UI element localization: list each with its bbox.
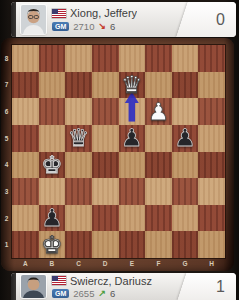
square-e4[interactable] xyxy=(119,152,146,179)
square-d8[interactable] xyxy=(92,45,119,72)
square-a2[interactable] xyxy=(12,205,39,232)
square-f4[interactable] xyxy=(145,152,172,179)
bottom-player-bar: Swiercz, Dariusz GM 2655 ↗ 6 1 xyxy=(11,273,236,300)
black-queen[interactable]: ♛ xyxy=(68,126,90,150)
white-pawn[interactable]: ♟ xyxy=(148,100,170,124)
square-b1[interactable]: ♚ xyxy=(39,231,66,258)
player-name: Swiercz, Dariusz xyxy=(70,275,152,287)
file-label-b: B xyxy=(39,258,66,271)
square-e1[interactable] xyxy=(119,231,146,258)
broadcast-app: Xiong, Jeffery GM 2710 ↘ 6 0 87654321 ♛♟… xyxy=(0,0,239,300)
square-g5[interactable]: ♟ xyxy=(172,125,199,152)
square-c6[interactable] xyxy=(65,98,92,125)
rating-change: 6 xyxy=(110,21,115,32)
rating-change: 6 xyxy=(110,288,115,299)
square-a7[interactable] xyxy=(12,72,39,99)
square-b3[interactable] xyxy=(39,178,66,205)
us-flag-icon xyxy=(52,276,66,285)
square-c1[interactable] xyxy=(65,231,92,258)
square-b6[interactable] xyxy=(39,98,66,125)
square-f3[interactable] xyxy=(145,178,172,205)
square-e6[interactable] xyxy=(119,98,146,125)
square-d7[interactable] xyxy=(92,72,119,99)
rank-label-7: 7 xyxy=(1,72,12,99)
square-h8[interactable] xyxy=(198,45,225,72)
square-d2[interactable] xyxy=(92,205,119,232)
square-g6[interactable] xyxy=(172,98,199,125)
rank-label-6: 6 xyxy=(1,98,12,125)
square-e5[interactable]: ♟ xyxy=(119,125,146,152)
file-label-a: A xyxy=(12,258,39,271)
square-g3[interactable] xyxy=(172,178,199,205)
square-e3[interactable] xyxy=(119,178,146,205)
rating-trend-down-icon: ↘ xyxy=(98,22,106,31)
square-h5[interactable] xyxy=(198,125,225,152)
file-label-g: G xyxy=(172,258,199,271)
square-c8[interactable] xyxy=(65,45,92,72)
player-avatar xyxy=(21,5,46,34)
square-h7[interactable] xyxy=(198,72,225,99)
square-a3[interactable] xyxy=(12,178,39,205)
rank-label-1: 1 xyxy=(1,231,12,258)
square-d1[interactable] xyxy=(92,231,119,258)
square-h6[interactable] xyxy=(198,98,225,125)
square-g7[interactable] xyxy=(172,72,199,99)
square-d5[interactable] xyxy=(92,125,119,152)
rank-label-2: 2 xyxy=(1,205,12,232)
square-f6[interactable]: ♟ xyxy=(145,98,172,125)
file-labels: ABCDEFGH xyxy=(12,258,225,271)
top-player-bar: Xiong, Jeffery GM 2710 ↘ 6 0 xyxy=(11,2,236,37)
square-f2[interactable] xyxy=(145,205,172,232)
turn-indicator-strip xyxy=(11,2,16,37)
us-flag-icon xyxy=(52,9,66,18)
player-avatar xyxy=(21,275,46,298)
black-pawn[interactable]: ♟ xyxy=(121,126,143,150)
square-b8[interactable] xyxy=(39,45,66,72)
rank-labels: 87654321 xyxy=(1,45,12,258)
rank-label-3: 3 xyxy=(1,178,12,205)
player-rating: 2710 xyxy=(73,21,94,32)
square-c7[interactable] xyxy=(65,72,92,99)
player-rating: 2655 xyxy=(73,288,94,299)
square-g4[interactable] xyxy=(172,152,199,179)
square-h4[interactable] xyxy=(198,152,225,179)
square-a6[interactable] xyxy=(12,98,39,125)
square-f5[interactable] xyxy=(145,125,172,152)
file-label-e: E xyxy=(119,258,146,271)
white-queen[interactable]: ♛ xyxy=(121,73,143,97)
black-pawn[interactable]: ♟ xyxy=(174,126,196,150)
square-b4[interactable]: ♚ xyxy=(39,152,66,179)
avatar-photo-placeholder xyxy=(21,275,46,298)
square-d3[interactable] xyxy=(92,178,119,205)
black-pawn[interactable]: ♟ xyxy=(41,206,63,230)
square-f7[interactable] xyxy=(145,72,172,99)
gm-title-badge: GM xyxy=(52,22,69,31)
square-c2[interactable] xyxy=(65,205,92,232)
file-label-c: C xyxy=(65,258,92,271)
board-squares: ♛♟♛♟♟♚♟♚ xyxy=(12,45,225,258)
square-h1[interactable] xyxy=(198,231,225,258)
square-b7[interactable] xyxy=(39,72,66,99)
rank-label-4: 4 xyxy=(1,152,12,179)
square-a8[interactable] xyxy=(12,45,39,72)
gm-title-badge: GM xyxy=(52,289,69,298)
square-e7[interactable]: ♛ xyxy=(119,72,146,99)
square-b2[interactable]: ♟ xyxy=(39,205,66,232)
square-c4[interactable] xyxy=(65,152,92,179)
player-name: Xiong, Jeffery xyxy=(70,7,137,19)
chess-board: 87654321 ♛♟♛♟♟♚♟♚ ABCDEFGH xyxy=(1,38,234,271)
turn-indicator-strip xyxy=(11,273,16,300)
square-e2[interactable] xyxy=(119,205,146,232)
black-king[interactable]: ♚ xyxy=(41,153,63,177)
file-label-f: F xyxy=(145,258,172,271)
square-g1[interactable] xyxy=(172,231,199,258)
square-g8[interactable] xyxy=(172,45,199,72)
white-king[interactable]: ♚ xyxy=(41,233,63,257)
rank-label-5: 5 xyxy=(1,125,12,152)
square-d4[interactable] xyxy=(92,152,119,179)
rating-trend-up-icon: ↗ xyxy=(98,289,106,298)
avatar-photo-placeholder xyxy=(21,5,46,34)
square-c3[interactable] xyxy=(65,178,92,205)
square-e8[interactable] xyxy=(119,45,146,72)
file-label-h: H xyxy=(198,258,225,271)
square-g2[interactable] xyxy=(172,205,199,232)
square-a5[interactable] xyxy=(12,125,39,152)
square-b5[interactable] xyxy=(39,125,66,152)
player-info: Xiong, Jeffery GM 2710 ↘ 6 xyxy=(52,7,236,32)
square-c5[interactable]: ♛ xyxy=(65,125,92,152)
square-d6[interactable] xyxy=(92,98,119,125)
rank-label-8: 8 xyxy=(1,45,12,72)
file-label-d: D xyxy=(92,258,119,271)
square-f8[interactable] xyxy=(145,45,172,72)
square-h2[interactable] xyxy=(198,205,225,232)
square-f1[interactable] xyxy=(145,231,172,258)
square-h3[interactable] xyxy=(198,178,225,205)
player-info: Swiercz, Dariusz GM 2655 ↗ 6 xyxy=(52,275,236,299)
square-a1[interactable] xyxy=(12,231,39,258)
square-a4[interactable] xyxy=(12,152,39,179)
